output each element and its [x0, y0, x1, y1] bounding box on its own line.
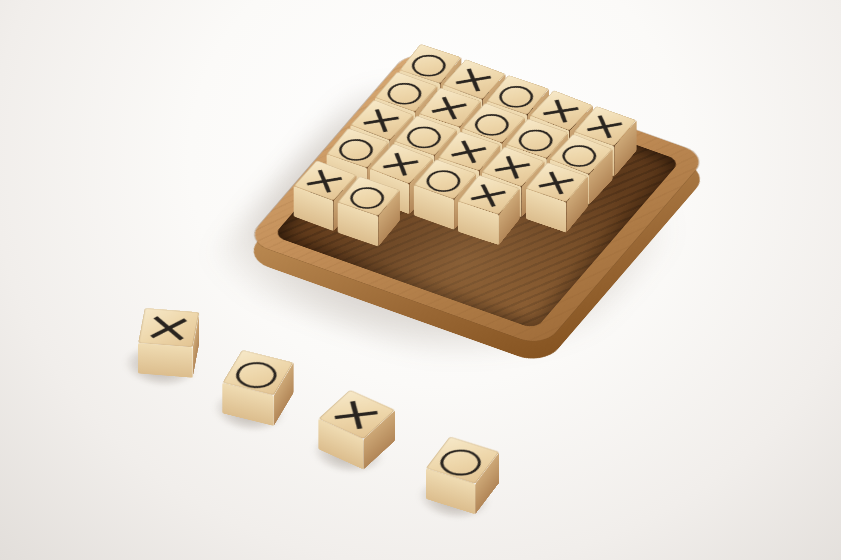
x-mark: ×: [140, 308, 197, 347]
cube-x[interactable]: ×: [138, 338, 200, 378]
cube-top-face: ×: [138, 308, 200, 348]
photo-backdrop: ○×○××○×○○○×○×××○×○××○×○×○: [0, 0, 841, 560]
